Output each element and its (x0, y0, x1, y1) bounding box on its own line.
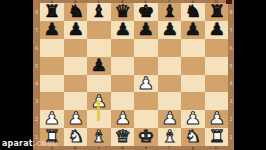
file-label-bottom-f: f (158, 146, 182, 150)
rank-label-right-5: 5 (228, 57, 234, 75)
file-label-bottom-g: g (181, 146, 205, 150)
piece-black-pawn[interactable]: ♟ (109, 21, 135, 39)
square-b1[interactable]: ♞ (64, 128, 88, 146)
piece-white-king[interactable]: ♚ (133, 128, 159, 146)
piece-black-pawn[interactable]: ♟ (86, 57, 112, 75)
square-e6[interactable] (134, 39, 158, 57)
square-g1[interactable]: ♞ (181, 128, 205, 146)
video-frame: abcdefgh abcdefgh 87654321 87654321 ♜♞♝♛… (0, 0, 266, 150)
piece-white-pawn[interactable]: ♟ (133, 75, 159, 93)
piece-white-knight[interactable]: ♞ (62, 128, 88, 146)
square-g4[interactable] (181, 75, 205, 93)
square-g6[interactable] (181, 39, 205, 57)
square-d6[interactable] (111, 39, 135, 57)
rank-label-left-3: 3 (33, 92, 40, 110)
square-d4[interactable] (111, 75, 135, 93)
board-grid: ♜♞♝♛♚♝♞♜♟♟♟♟♟♟♟♟♟♟♟♟♟♟♟♟♜♞♝♛♚♝♞♜ (40, 3, 228, 146)
square-b6[interactable] (64, 39, 88, 57)
watermark-path: .com/ (33, 139, 59, 148)
file-label-bottom-h: h (205, 146, 229, 150)
square-d5[interactable] (111, 57, 135, 75)
rank-label-right-3: 3 (228, 92, 234, 110)
square-f5[interactable] (158, 57, 182, 75)
piece-white-rook[interactable]: ♜ (203, 128, 229, 146)
square-b7[interactable]: ♟ (64, 21, 88, 39)
watermark: aparat.com/ (2, 139, 58, 148)
square-h7[interactable]: ♟ (205, 21, 229, 39)
piece-white-knight[interactable]: ♞ (180, 128, 206, 146)
file-label-bottom-c: c (87, 146, 111, 150)
square-h4[interactable] (205, 75, 229, 93)
file-label-bottom-e: e (134, 146, 158, 150)
chess-board: abcdefgh abcdefgh 87654321 87654321 ♜♞♝♛… (33, 0, 234, 150)
rank-label-left-5: 5 (33, 57, 40, 75)
corner-red-dot (226, 0, 232, 4)
piece-black-pawn[interactable]: ♟ (203, 21, 229, 39)
square-a7[interactable]: ♟ (40, 21, 64, 39)
piece-white-bishop[interactable]: ♝ (86, 128, 112, 146)
square-e1[interactable]: ♚ (134, 128, 158, 146)
file-label-bottom-b: b (64, 146, 88, 150)
square-d7[interactable]: ♟ (111, 21, 135, 39)
piece-white-queen[interactable]: ♛ (109, 128, 135, 146)
square-f1[interactable]: ♝ (158, 128, 182, 146)
piece-black-pawn[interactable]: ♟ (62, 21, 88, 39)
square-g7[interactable]: ♟ (181, 21, 205, 39)
square-c1[interactable]: ♝ (87, 128, 111, 146)
rank-label-right-4: 4 (228, 75, 234, 93)
square-f7[interactable]: ♟ (158, 21, 182, 39)
square-c8[interactable]: ♝ (87, 3, 111, 21)
square-e4[interactable]: ♟ (134, 75, 158, 93)
square-h6[interactable] (205, 39, 229, 57)
piece-black-pawn[interactable]: ♟ (156, 21, 182, 39)
square-f6[interactable] (158, 39, 182, 57)
piece-black-pawn[interactable]: ♟ (39, 21, 65, 39)
square-d1[interactable]: ♛ (111, 128, 135, 146)
square-g5[interactable] (181, 57, 205, 75)
piece-white-bishop[interactable]: ♝ (156, 128, 182, 146)
piece-black-bishop[interactable]: ♝ (86, 3, 112, 21)
square-h1[interactable]: ♜ (205, 128, 229, 146)
rank-label-left-6: 6 (33, 39, 40, 57)
square-b5[interactable] (64, 57, 88, 75)
square-a5[interactable] (40, 57, 64, 75)
square-e3[interactable] (134, 92, 158, 110)
square-a4[interactable] (40, 75, 64, 93)
watermark-domain: aparat (2, 139, 33, 148)
square-e7[interactable]: ♟ (134, 21, 158, 39)
rank-label-left-4: 4 (33, 75, 40, 93)
square-c7[interactable] (87, 21, 111, 39)
square-a6[interactable] (40, 39, 64, 57)
last-move-arrow (97, 103, 100, 121)
square-c5[interactable]: ♟ (87, 57, 111, 75)
file-labels-bottom: abcdefgh (40, 146, 228, 150)
file-label-bottom-d: d (111, 146, 135, 150)
square-f4[interactable] (158, 75, 182, 93)
piece-black-pawn[interactable]: ♟ (133, 21, 159, 39)
square-b4[interactable] (64, 75, 88, 93)
piece-black-pawn[interactable]: ♟ (180, 21, 206, 39)
rank-label-right-6: 6 (228, 39, 234, 57)
square-h5[interactable] (205, 57, 229, 75)
